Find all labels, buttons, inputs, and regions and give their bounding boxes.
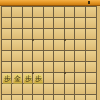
board-square[interactable] [65, 84, 75, 95]
board-square[interactable] [86, 73, 96, 84]
board-square[interactable] [54, 7, 64, 18]
board-square[interactable] [44, 18, 54, 29]
board-square[interactable] [44, 73, 54, 84]
board-square[interactable] [23, 7, 33, 18]
board-square[interactable] [44, 51, 54, 62]
board-square[interactable] [44, 29, 54, 40]
board-square[interactable] [33, 51, 43, 62]
board-square[interactable] [75, 40, 85, 51]
board-square[interactable] [86, 62, 96, 73]
board-square[interactable] [54, 95, 64, 100]
board-square[interactable] [12, 95, 22, 100]
board-square[interactable] [86, 84, 96, 95]
star-point [64, 72, 66, 74]
star-point [64, 39, 66, 41]
board-square[interactable] [2, 18, 12, 29]
board-square[interactable] [44, 62, 54, 73]
board-square[interactable] [65, 29, 75, 40]
board-square[interactable] [44, 95, 54, 100]
piece-kanji: 歩 [25, 75, 32, 84]
board-square[interactable] [44, 7, 54, 18]
board-square[interactable] [75, 18, 85, 29]
board-square[interactable] [33, 62, 43, 73]
board-square[interactable] [12, 29, 22, 40]
board-square[interactable] [65, 7, 75, 18]
board-square[interactable] [33, 40, 43, 51]
board-square[interactable] [23, 40, 33, 51]
window-marker-icon [88, 1, 90, 4]
board-square[interactable] [65, 73, 75, 84]
board-square[interactable] [2, 95, 12, 100]
board-square[interactable] [12, 40, 22, 51]
board-square[interactable] [23, 18, 33, 29]
shogi-board: 歩金歩歩 [1, 6, 97, 100]
board-square[interactable] [65, 62, 75, 73]
board-square[interactable] [86, 95, 96, 100]
board-square[interactable] [2, 40, 12, 51]
board-square[interactable] [75, 51, 85, 62]
board-square[interactable] [86, 51, 96, 62]
board-square[interactable] [54, 84, 64, 95]
board-square[interactable] [2, 29, 12, 40]
board-square[interactable] [23, 51, 33, 62]
board-square[interactable] [54, 51, 64, 62]
board-grid [2, 7, 96, 100]
board-square[interactable] [33, 84, 43, 95]
board-square[interactable] [54, 18, 64, 29]
board-square[interactable] [86, 29, 96, 40]
board-square[interactable] [54, 40, 64, 51]
board-square[interactable] [23, 95, 33, 100]
board-square[interactable] [54, 62, 64, 73]
board-square[interactable] [86, 40, 96, 51]
board-square[interactable] [86, 18, 96, 29]
board-square[interactable] [33, 18, 43, 29]
board-square[interactable] [33, 95, 43, 100]
board-square[interactable] [33, 29, 43, 40]
board-square[interactable] [75, 7, 85, 18]
board-square[interactable] [86, 7, 96, 18]
board-square[interactable] [54, 29, 64, 40]
board-square[interactable] [75, 62, 85, 73]
board-square[interactable] [12, 84, 22, 95]
board-square[interactable] [12, 51, 22, 62]
board-square[interactable] [44, 84, 54, 95]
board-square[interactable] [23, 84, 33, 95]
board-square[interactable] [75, 95, 85, 100]
piece-kanji: 歩 [4, 75, 11, 84]
board-square[interactable] [65, 51, 75, 62]
board-square[interactable] [2, 62, 12, 73]
board-square[interactable] [75, 29, 85, 40]
board-square[interactable] [44, 40, 54, 51]
board-square[interactable] [65, 95, 75, 100]
board-square[interactable] [33, 7, 43, 18]
board-square[interactable] [54, 73, 64, 84]
board-square[interactable] [12, 18, 22, 29]
board-square[interactable] [75, 84, 85, 95]
board-square[interactable] [65, 18, 75, 29]
board-square[interactable] [12, 62, 22, 73]
piece-kanji: 金 [14, 75, 21, 84]
board-square[interactable] [12, 7, 22, 18]
board-square[interactable] [65, 40, 75, 51]
board-square[interactable] [2, 84, 12, 95]
board-square[interactable] [75, 73, 85, 84]
board-square[interactable] [2, 7, 12, 18]
board-square[interactable] [2, 51, 12, 62]
piece-kanji: 歩 [35, 75, 42, 84]
